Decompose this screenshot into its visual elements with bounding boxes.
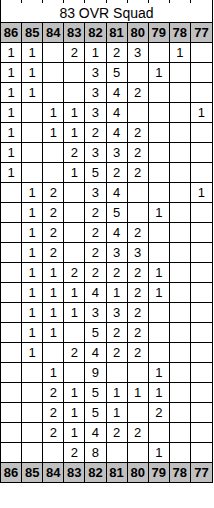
grid-cell: 1 <box>22 223 43 243</box>
grid-cell <box>22 363 43 383</box>
grid-cell: 2 <box>107 263 128 283</box>
table-title: 83 OVR Squad <box>1 3 212 23</box>
grid-cell: 1 <box>43 263 64 283</box>
grid-cell: 2 <box>64 343 85 363</box>
grid-cell <box>170 283 191 303</box>
grid-cell: 1 <box>64 423 85 443</box>
grid-cell <box>64 63 85 83</box>
column-tick <box>22 0 43 3</box>
grid-cell: 2 <box>64 43 85 63</box>
grid-cell <box>191 163 212 183</box>
grid-cell <box>149 243 170 263</box>
grid-cell <box>1 183 22 203</box>
grid-cell: 2 <box>43 183 64 203</box>
grid-cell <box>1 343 22 363</box>
grid-cell: 2 <box>85 203 106 223</box>
grid-cell: 1 <box>22 83 43 103</box>
grid-cell <box>191 143 212 163</box>
grid-cell <box>1 303 22 323</box>
grid-cell <box>64 243 85 263</box>
grid-cell <box>149 223 170 243</box>
grid-cell: 2 <box>128 163 149 183</box>
grid-cell <box>128 183 149 203</box>
grid-cell: 1 <box>64 303 85 323</box>
grid-cell: 1 <box>22 63 43 83</box>
header-cell: 86 <box>1 23 22 43</box>
grid-cell: 1 <box>43 283 64 303</box>
header-cell: 82 <box>85 23 106 43</box>
grid-cell: 4 <box>107 103 128 123</box>
grid-cell <box>1 383 22 403</box>
grid-cell <box>191 83 212 103</box>
footer-cell: 83 <box>64 463 85 483</box>
grid-cell: 1 <box>64 103 85 123</box>
footer-cell: 81 <box>107 463 128 483</box>
footer-cell: 79 <box>149 463 170 483</box>
grid-cell: 8 <box>85 443 106 463</box>
grid-cell <box>149 183 170 203</box>
grid-cell: 1 <box>191 103 212 123</box>
grid-cell: 2 <box>43 203 64 223</box>
grid-cell <box>64 323 85 343</box>
grid-cell <box>170 383 191 403</box>
grid-cell <box>191 363 212 383</box>
grid-cell: 1 <box>43 323 64 343</box>
grid-cell: 1 <box>22 183 43 203</box>
footer-cell: 78 <box>170 463 191 483</box>
grid-cell: 4 <box>107 83 128 103</box>
grid-cell: 1 <box>22 303 43 323</box>
squad-table-grid: 8685848382818079787711212311135111342111… <box>1 23 212 483</box>
grid-cell <box>191 343 212 363</box>
grid-cell: 1 <box>107 283 128 303</box>
grid-cell <box>191 123 212 143</box>
grid-cell: 4 <box>85 283 106 303</box>
header-cell: 84 <box>43 23 64 43</box>
grid-cell <box>1 243 22 263</box>
footer-cell: 82 <box>85 463 106 483</box>
grid-cell: 1 <box>64 403 85 423</box>
grid-cell: 5 <box>107 63 128 83</box>
grid-cell: 2 <box>128 223 149 243</box>
grid-cell: 1 <box>149 363 170 383</box>
grid-cell: 1 <box>22 263 43 283</box>
grid-cell: 3 <box>85 303 106 323</box>
grid-cell <box>191 303 212 323</box>
grid-cell <box>191 383 212 403</box>
grid-cell: 4 <box>85 343 106 363</box>
grid-cell: 2 <box>128 143 149 163</box>
grid-cell: 5 <box>85 163 106 183</box>
grid-cell: 5 <box>107 203 128 223</box>
grid-cell <box>128 403 149 423</box>
grid-cell <box>22 443 43 463</box>
grid-cell <box>1 323 22 343</box>
grid-cell <box>170 203 191 223</box>
grid-cell: 1 <box>1 43 22 63</box>
grid-cell <box>128 103 149 123</box>
grid-cell <box>191 403 212 423</box>
grid-cell <box>64 203 85 223</box>
column-tick <box>170 0 191 3</box>
grid-cell <box>149 323 170 343</box>
grid-cell <box>170 103 191 123</box>
grid-cell <box>170 443 191 463</box>
grid-cell: 1 <box>43 303 64 323</box>
header-cell: 77 <box>191 23 212 43</box>
header-cell: 83 <box>64 23 85 43</box>
grid-cell: 2 <box>149 403 170 423</box>
grid-cell <box>170 263 191 283</box>
grid-cell: 1 <box>43 363 64 383</box>
grid-cell: 2 <box>85 123 106 143</box>
grid-cell <box>170 363 191 383</box>
grid-cell <box>1 203 22 223</box>
grid-cell <box>170 343 191 363</box>
grid-cell <box>43 63 64 83</box>
header-cell: 79 <box>149 23 170 43</box>
grid-cell <box>128 443 149 463</box>
grid-cell <box>128 363 149 383</box>
grid-cell: 1 <box>85 43 106 63</box>
grid-cell <box>107 443 128 463</box>
grid-cell <box>149 343 170 363</box>
grid-cell: 2 <box>64 443 85 463</box>
grid-cell: 3 <box>107 303 128 323</box>
grid-cell <box>43 443 64 463</box>
grid-cell: 5 <box>85 403 106 423</box>
grid-cell <box>1 403 22 423</box>
header-cell: 85 <box>22 23 43 43</box>
grid-cell: 2 <box>107 163 128 183</box>
grid-cell: 1 <box>43 123 64 143</box>
grid-cell: 1 <box>1 123 22 143</box>
grid-cell <box>149 43 170 63</box>
grid-cell <box>22 403 43 423</box>
grid-cell <box>170 403 191 423</box>
grid-cell <box>22 143 43 163</box>
grid-cell <box>128 203 149 223</box>
grid-cell: 3 <box>85 63 106 83</box>
grid-cell: 1 <box>191 183 212 203</box>
grid-cell: 2 <box>128 123 149 143</box>
grid-cell: 2 <box>128 83 149 103</box>
grid-cell: 3 <box>85 103 106 123</box>
grid-cell <box>170 63 191 83</box>
grid-cell: 1 <box>107 403 128 423</box>
grid-cell: 1 <box>149 263 170 283</box>
grid-cell <box>191 263 212 283</box>
grid-cell <box>149 423 170 443</box>
grid-cell <box>64 83 85 103</box>
column-tick <box>1 0 22 3</box>
grid-cell <box>1 283 22 303</box>
grid-cell: 1 <box>1 83 22 103</box>
grid-cell: 1 <box>170 43 191 63</box>
grid-cell <box>43 83 64 103</box>
grid-cell <box>191 63 212 83</box>
grid-cell: 2 <box>85 263 106 283</box>
grid-cell: 1 <box>149 283 170 303</box>
footer-cell: 85 <box>22 463 43 483</box>
grid-cell <box>149 83 170 103</box>
grid-cell <box>43 343 64 363</box>
grid-cell: 4 <box>107 223 128 243</box>
grid-cell: 1 <box>149 443 170 463</box>
grid-cell: 2 <box>64 263 85 283</box>
grid-cell <box>191 203 212 223</box>
grid-cell: 1 <box>1 163 22 183</box>
grid-cell <box>22 103 43 123</box>
grid-cell: 1 <box>64 123 85 143</box>
grid-cell <box>191 43 212 63</box>
grid-cell: 1 <box>107 383 128 403</box>
grid-cell <box>1 423 22 443</box>
grid-cell: 1 <box>1 63 22 83</box>
grid-cell <box>170 223 191 243</box>
column-tick <box>191 0 212 3</box>
header-cell: 78 <box>170 23 191 43</box>
grid-cell: 3 <box>85 143 106 163</box>
grid-cell <box>170 243 191 263</box>
grid-cell: 3 <box>107 243 128 263</box>
grid-cell <box>170 123 191 143</box>
grid-cell: 4 <box>107 183 128 203</box>
grid-cell <box>107 363 128 383</box>
grid-cell <box>22 163 43 183</box>
grid-cell: 2 <box>128 283 149 303</box>
grid-cell <box>1 363 22 383</box>
grid-cell: 1 <box>43 103 64 123</box>
grid-cell: 2 <box>64 143 85 163</box>
grid-cell: 2 <box>128 423 149 443</box>
grid-cell <box>149 303 170 323</box>
grid-cell: 2 <box>128 343 149 363</box>
grid-cell: 2 <box>107 323 128 343</box>
grid-cell: 2 <box>43 383 64 403</box>
grid-cell: 2 <box>43 403 64 423</box>
grid-cell <box>170 423 191 443</box>
grid-cell <box>170 303 191 323</box>
grid-cell <box>191 323 212 343</box>
grid-cell: 1 <box>64 283 85 303</box>
squad-rating-table: 83 OVR Squad 868584838281807978771121231… <box>0 0 213 483</box>
grid-cell: 2 <box>85 223 106 243</box>
grid-cell: 4 <box>107 123 128 143</box>
footer-cell: 77 <box>191 463 212 483</box>
grid-cell <box>191 223 212 243</box>
grid-cell: 5 <box>85 383 106 403</box>
grid-cell <box>128 63 149 83</box>
grid-cell <box>43 163 64 183</box>
grid-cell <box>1 223 22 243</box>
grid-cell: 1 <box>22 43 43 63</box>
grid-cell: 3 <box>128 43 149 63</box>
grid-cell: 1 <box>149 203 170 223</box>
grid-cell <box>170 83 191 103</box>
grid-cell <box>191 283 212 303</box>
grid-cell <box>22 423 43 443</box>
grid-cell: 1 <box>22 323 43 343</box>
footer-cell: 80 <box>128 463 149 483</box>
header-cell: 81 <box>107 23 128 43</box>
grid-cell <box>170 183 191 203</box>
grid-cell <box>170 143 191 163</box>
grid-cell: 2 <box>107 43 128 63</box>
grid-cell <box>191 243 212 263</box>
grid-cell <box>1 263 22 283</box>
grid-cell: 2 <box>43 223 64 243</box>
grid-cell: 2 <box>43 243 64 263</box>
grid-cell: 3 <box>85 83 106 103</box>
grid-cell: 2 <box>107 343 128 363</box>
grid-cell: 1 <box>64 163 85 183</box>
grid-cell: 1 <box>128 383 149 403</box>
grid-cell: 1 <box>1 103 22 123</box>
grid-cell: 4 <box>85 423 106 443</box>
grid-cell: 3 <box>85 183 106 203</box>
grid-cell <box>1 443 22 463</box>
grid-cell <box>64 223 85 243</box>
grid-cell: 5 <box>85 323 106 343</box>
grid-cell <box>64 183 85 203</box>
grid-cell: 1 <box>149 63 170 83</box>
grid-cell: 9 <box>85 363 106 383</box>
grid-cell <box>64 363 85 383</box>
grid-cell <box>191 423 212 443</box>
grid-cell: 2 <box>107 423 128 443</box>
grid-cell: 1 <box>64 383 85 403</box>
grid-cell: 2 <box>43 423 64 443</box>
grid-cell <box>170 323 191 343</box>
grid-cell: 2 <box>128 303 149 323</box>
grid-cell: 3 <box>107 143 128 163</box>
footer-cell: 84 <box>43 463 64 483</box>
grid-cell: 2 <box>128 323 149 343</box>
header-cell: 80 <box>128 23 149 43</box>
footer-cell: 86 <box>1 463 22 483</box>
grid-cell: 2 <box>85 243 106 263</box>
grid-cell <box>149 163 170 183</box>
grid-cell <box>149 123 170 143</box>
grid-cell: 1 <box>22 343 43 363</box>
grid-cell: 2 <box>128 263 149 283</box>
grid-cell: 1 <box>22 283 43 303</box>
grid-cell: 1 <box>149 383 170 403</box>
grid-cell <box>170 163 191 183</box>
grid-cell: 3 <box>128 243 149 263</box>
grid-cell: 1 <box>1 143 22 163</box>
grid-cell <box>22 383 43 403</box>
grid-cell <box>22 123 43 143</box>
grid-cell <box>149 143 170 163</box>
grid-cell <box>43 143 64 163</box>
grid-cell <box>149 103 170 123</box>
grid-cell: 1 <box>22 203 43 223</box>
grid-cell <box>191 443 212 463</box>
grid-cell <box>43 43 64 63</box>
grid-cell: 1 <box>22 243 43 263</box>
